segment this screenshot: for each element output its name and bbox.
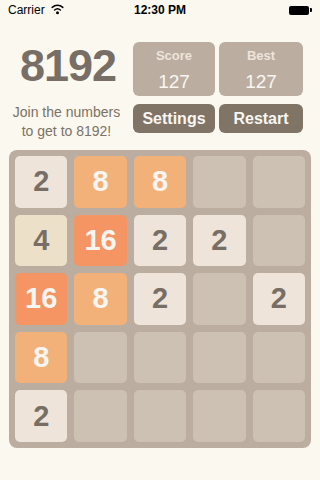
tile-2: 2	[193, 215, 245, 267]
tile-2: 2	[253, 273, 305, 325]
subtitle-line2: to get to 8192!	[22, 123, 112, 139]
best-box: Best 127	[219, 42, 303, 96]
empty-cell	[193, 390, 245, 442]
empty-cell	[74, 332, 126, 384]
tile-16: 16	[15, 273, 67, 325]
tile-2: 2	[134, 215, 186, 267]
score-box: Score 127	[133, 42, 215, 96]
score-value: 127	[133, 71, 215, 93]
game-board[interactable]: 288416221682282	[9, 150, 311, 448]
subtitle-line1: Join the numbers	[13, 104, 120, 120]
tile-4: 4	[15, 215, 67, 267]
tile-8: 8	[74, 273, 126, 325]
carrier-label: Carrier	[8, 3, 45, 17]
tile-2: 2	[15, 156, 67, 208]
empty-cell	[134, 390, 186, 442]
restart-button[interactable]: Restart	[219, 104, 303, 133]
tile-8: 8	[134, 156, 186, 208]
tile-8: 8	[74, 156, 126, 208]
tile-8: 8	[15, 332, 67, 384]
empty-cell	[134, 332, 186, 384]
tile-2: 2	[15, 390, 67, 442]
empty-cell	[253, 332, 305, 384]
empty-cell	[193, 332, 245, 384]
empty-cell	[253, 215, 305, 267]
app-screen: Carrier 12:30 PM 8192 Score 127 Best 127…	[0, 0, 320, 480]
empty-cell	[253, 156, 305, 208]
empty-cell	[74, 390, 126, 442]
game-subtitle: Join the numbers to get to 8192!	[0, 103, 133, 141]
status-bar: Carrier 12:30 PM	[0, 0, 320, 20]
tile-2: 2	[134, 273, 186, 325]
page-title: 8192	[14, 38, 122, 94]
empty-cell	[253, 390, 305, 442]
battery-icon	[289, 6, 312, 15]
empty-cell	[193, 156, 245, 208]
empty-cell	[193, 273, 245, 325]
tile-16: 16	[74, 215, 126, 267]
best-label: Best	[219, 48, 303, 63]
best-value: 127	[219, 71, 303, 93]
score-label: Score	[133, 48, 215, 63]
settings-button[interactable]: Settings	[133, 104, 215, 133]
wifi-icon	[50, 3, 65, 18]
